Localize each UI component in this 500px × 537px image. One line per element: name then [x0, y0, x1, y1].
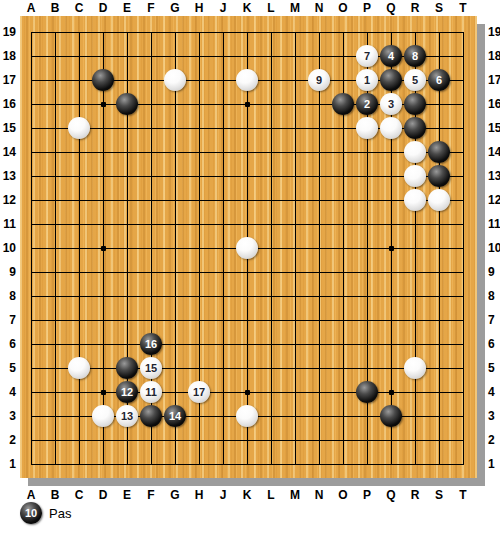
stone-white-E3-move-13[interactable]: 13: [116, 405, 138, 427]
coord-label-col-B: B: [43, 1, 67, 15]
stone-black-E5[interactable]: [116, 357, 138, 379]
stone-white-C15[interactable]: [68, 117, 90, 139]
coord-label-col-F: F: [139, 488, 163, 502]
star-point-D10: [101, 246, 106, 251]
stone-black-R15[interactable]: [404, 117, 426, 139]
stone-black-F6-move-16[interactable]: 16: [140, 333, 162, 355]
coord-label-row-6-left: 6: [0, 337, 16, 351]
coord-label-col-O: O: [331, 488, 355, 502]
coord-label-col-C: C: [67, 1, 91, 15]
stone-white-P17-move-1[interactable]: 1: [356, 69, 378, 91]
coord-label-row-17-right: 17: [488, 73, 500, 87]
stone-black-O16[interactable]: [332, 93, 354, 115]
coord-label-col-E: E: [115, 1, 139, 15]
star-point-D16: [101, 102, 106, 107]
coord-label-row-10-left: 10: [0, 241, 16, 255]
coord-label-row-2-left: 2: [0, 433, 16, 447]
coord-label-col-A: A: [19, 488, 43, 502]
coord-label-row-4-left: 4: [0, 385, 16, 399]
board-grid: 12345678911121314151617: [31, 32, 464, 465]
coord-label-row-8-left: 8: [0, 289, 16, 303]
coord-label-col-O: O: [331, 1, 355, 15]
stone-black-Q3[interactable]: [380, 405, 402, 427]
coord-label-col-D: D: [91, 1, 115, 15]
coord-label-col-P: P: [355, 488, 379, 502]
star-point-K16: [245, 102, 250, 107]
stone-white-K17[interactable]: [236, 69, 258, 91]
coord-label-row-18-left: 18: [0, 49, 16, 63]
go-board[interactable]: 12345678911121314151617: [20, 16, 477, 478]
caption-pass-text: Pas: [49, 506, 71, 521]
coord-label-row-2-right: 2: [488, 433, 500, 447]
coord-label-col-F: F: [139, 1, 163, 15]
coord-label-col-M: M: [283, 488, 307, 502]
stone-white-R12[interactable]: [404, 189, 426, 211]
stone-black-S14[interactable]: [428, 141, 450, 163]
star-point-Q4: [389, 390, 394, 395]
coord-label-row-13-right: 13: [488, 169, 500, 183]
go-board-window: ABCDEFGHJKLMNOPQRST 19181716151413121110…: [0, 0, 500, 537]
coord-label-row-3-right: 3: [488, 409, 500, 423]
coord-label-col-A: A: [19, 1, 43, 15]
stone-white-F5-move-15[interactable]: 15: [140, 357, 162, 379]
stone-black-R16[interactable]: [404, 93, 426, 115]
coord-label-row-12-left: 12: [0, 193, 16, 207]
coord-label-row-15-right: 15: [488, 121, 500, 135]
coord-label-row-9-left: 9: [0, 265, 16, 279]
stone-white-F4-move-11[interactable]: 11: [140, 381, 162, 403]
stone-black-R18-move-8[interactable]: 8: [404, 45, 426, 67]
coord-label-col-G: G: [163, 488, 187, 502]
coord-label-row-1-left: 1: [0, 457, 16, 471]
coord-label-col-R: R: [403, 488, 427, 502]
stone-white-K3[interactable]: [236, 405, 258, 427]
stone-white-R13[interactable]: [404, 165, 426, 187]
caption-move-stone: 10: [20, 502, 42, 524]
stone-white-R17-move-5[interactable]: 5: [404, 69, 426, 91]
coord-label-row-19-left: 19: [0, 25, 16, 39]
coord-label-col-N: N: [307, 488, 331, 502]
coord-label-col-N: N: [307, 1, 331, 15]
stone-white-C5[interactable]: [68, 357, 90, 379]
coord-label-row-14-left: 14: [0, 145, 16, 159]
coord-label-col-H: H: [187, 1, 211, 15]
coord-label-col-R: R: [403, 1, 427, 15]
stone-black-E4-move-12[interactable]: 12: [116, 381, 138, 403]
stone-white-G17[interactable]: [164, 69, 186, 91]
coord-label-row-16-right: 16: [488, 97, 500, 111]
stone-white-S12[interactable]: [428, 189, 450, 211]
coord-label-row-4-right: 4: [488, 385, 500, 399]
coord-label-row-16-left: 16: [0, 97, 16, 111]
coord-label-row-10-right: 10: [488, 241, 500, 255]
star-point-D4: [101, 390, 106, 395]
coord-label-row-11-right: 11: [488, 217, 500, 231]
coord-label-row-1-right: 1: [488, 457, 500, 471]
coord-label-col-J: J: [211, 1, 235, 15]
stone-black-Q17[interactable]: [380, 69, 402, 91]
stone-white-Q15[interactable]: [380, 117, 402, 139]
coord-label-col-M: M: [283, 1, 307, 15]
coord-label-col-L: L: [259, 488, 283, 502]
coord-label-row-12-right: 12: [488, 193, 500, 207]
coord-label-col-B: B: [43, 488, 67, 502]
stone-white-D3[interactable]: [92, 405, 114, 427]
stone-white-N17-move-9[interactable]: 9: [308, 69, 330, 91]
coord-label-col-S: S: [427, 488, 451, 502]
coord-label-col-K: K: [235, 488, 259, 502]
stone-white-H4-move-17[interactable]: 17: [188, 381, 210, 403]
stone-white-P15[interactable]: [356, 117, 378, 139]
stone-black-P4[interactable]: [356, 381, 378, 403]
stone-black-F3[interactable]: [140, 405, 162, 427]
stone-white-P18-move-7[interactable]: 7: [356, 45, 378, 67]
coord-label-row-3-left: 3: [0, 409, 16, 423]
coord-label-col-H: H: [187, 488, 211, 502]
stone-black-G3-move-14[interactable]: 14: [164, 405, 186, 427]
coord-label-col-G: G: [163, 1, 187, 15]
coord-label-row-5-left: 5: [0, 361, 16, 375]
coord-label-row-14-right: 14: [488, 145, 500, 159]
coord-label-row-18-right: 18: [488, 49, 500, 63]
coord-label-row-6-right: 6: [488, 337, 500, 351]
coord-label-col-E: E: [115, 488, 139, 502]
last-move-caption: 10 Pas: [20, 501, 71, 525]
coord-label-row-8-right: 8: [488, 289, 500, 303]
stone-white-R14[interactable]: [404, 141, 426, 163]
stone-white-Q16-move-3[interactable]: 3: [380, 93, 402, 115]
coord-label-row-11-left: 11: [0, 217, 16, 231]
stone-black-D17[interactable]: [92, 69, 114, 91]
coord-label-row-7-right: 7: [488, 313, 500, 327]
coord-label-row-13-left: 13: [0, 169, 16, 183]
stone-black-Q18-move-4[interactable]: 4: [380, 45, 402, 67]
stone-white-R5[interactable]: [404, 357, 426, 379]
coord-label-col-J: J: [211, 488, 235, 502]
coord-label-row-15-left: 15: [0, 121, 16, 135]
coord-label-col-Q: Q: [379, 488, 403, 502]
coord-label-row-9-right: 9: [488, 265, 500, 279]
coord-label-col-P: P: [355, 1, 379, 15]
stone-black-S17-move-6[interactable]: 6: [428, 69, 450, 91]
coord-label-col-K: K: [235, 1, 259, 15]
stone-black-E16[interactable]: [116, 93, 138, 115]
coord-label-row-7-left: 7: [0, 313, 16, 327]
coord-label-col-T: T: [451, 1, 475, 15]
coord-label-row-5-right: 5: [488, 361, 500, 375]
stone-black-S13[interactable]: [428, 165, 450, 187]
coord-label-col-Q: Q: [379, 1, 403, 15]
coord-label-col-C: C: [67, 488, 91, 502]
coord-label-col-S: S: [427, 1, 451, 15]
star-point-K4: [245, 390, 250, 395]
coord-label-col-L: L: [259, 1, 283, 15]
star-point-Q10: [389, 246, 394, 251]
stone-black-P16-move-2[interactable]: 2: [356, 93, 378, 115]
coord-label-row-17-left: 17: [0, 73, 16, 87]
coord-label-row-19-right: 19: [488, 25, 500, 39]
coord-label-col-T: T: [451, 488, 475, 502]
stone-white-K10[interactable]: [236, 237, 258, 259]
coord-label-col-D: D: [91, 488, 115, 502]
